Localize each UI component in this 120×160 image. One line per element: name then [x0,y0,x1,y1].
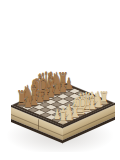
box-drawer-gap [38,119,39,129]
chess-set-product-photo: ♜♞♝♛♚♝♞♜♟♟♟♟♟♟♟♟♟♟♟♟♟♟♟♟♜♞♝♛♚♝♞♜ [0,0,120,160]
